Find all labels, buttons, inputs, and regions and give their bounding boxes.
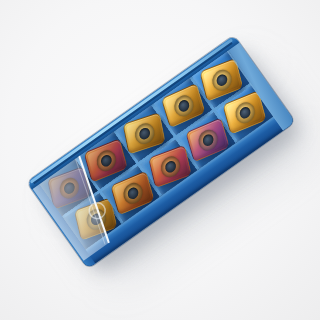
insert-center-hole — [238, 105, 251, 120]
insert-center-hole — [177, 98, 190, 113]
insert-center-hole — [89, 212, 102, 227]
insert-center-hole — [62, 181, 75, 196]
insert-center-hole — [99, 153, 112, 168]
insert-center-hole — [164, 159, 177, 174]
product-photo-canvas — [0, 0, 320, 320]
insert-center-hole — [138, 126, 151, 140]
insert-center-hole — [125, 186, 138, 201]
insert-center-hole — [201, 132, 214, 147]
insert-center-hole — [215, 73, 228, 88]
